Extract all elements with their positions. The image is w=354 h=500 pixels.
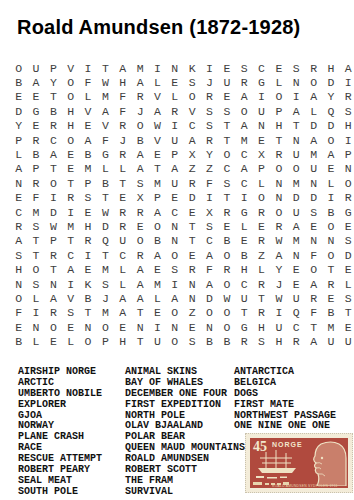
grid-cell: O	[201, 306, 218, 320]
grid-cell: Z	[253, 248, 270, 262]
word-list-item: FIRST MATE	[234, 400, 336, 411]
grid-cell: R	[10, 219, 27, 233]
grid-cell: U	[288, 291, 305, 305]
grid-cell: S	[62, 306, 79, 320]
grid-cell: T	[97, 61, 114, 75]
grid-cell: H	[114, 75, 131, 89]
grid-cell: S	[201, 119, 218, 133]
grid-cell: M	[288, 176, 305, 190]
grid-cell: O	[218, 147, 235, 161]
word-list-item: SOUTH POLE	[18, 487, 102, 498]
grid-cell: A	[79, 133, 96, 147]
grid-cell: N	[166, 320, 183, 334]
grid-cell: E	[288, 263, 305, 277]
grid-cell: I	[149, 320, 166, 334]
grid-cell: T	[253, 291, 270, 305]
grid-cell: G	[236, 205, 253, 219]
grid-cell: E	[218, 219, 235, 233]
grid-cell: T	[131, 306, 148, 320]
grid-cell: O	[270, 205, 287, 219]
grid-cell: S	[218, 104, 235, 118]
grid-cell: E	[218, 61, 235, 75]
grid-cell: L	[97, 162, 114, 176]
grid-cell: L	[253, 263, 270, 277]
grid-cell: G	[97, 147, 114, 161]
grid-cell: R	[184, 176, 201, 190]
grid-cell: M	[131, 61, 148, 75]
grid-cell: C	[10, 205, 27, 219]
grid-cell: I	[166, 277, 183, 291]
grid-cell: Z	[201, 162, 218, 176]
grid-cell: A	[166, 162, 183, 176]
grid-cell: L	[322, 176, 339, 190]
grid-cell: A	[288, 104, 305, 118]
grid-cell: U	[114, 234, 131, 248]
grid-cell: S	[184, 75, 201, 89]
grid-cell: X	[184, 147, 201, 161]
grid-cell: D	[305, 191, 322, 205]
grid-cell: A	[62, 263, 79, 277]
grid-cell: T	[97, 191, 114, 205]
grid-cell: A	[149, 205, 166, 219]
grid-cell: O	[166, 306, 183, 320]
grid-cell: E	[114, 191, 131, 205]
grid-cell: A	[114, 61, 131, 75]
grid-cell: A	[305, 277, 322, 291]
word-list-item: FIRST EXPEDITION	[125, 400, 245, 411]
grid-cell: B	[218, 335, 235, 349]
grid-cell: R	[253, 277, 270, 291]
grid-cell: L	[114, 162, 131, 176]
grid-cell: D	[184, 191, 201, 205]
grid-cell: Y	[45, 75, 62, 89]
grid-cell: S	[340, 234, 354, 248]
grid-cell: A	[131, 291, 148, 305]
grid-cell: O	[218, 277, 235, 291]
grid-cell: T	[322, 263, 339, 277]
grid-cell: T	[288, 119, 305, 133]
grid-cell: L	[253, 176, 270, 190]
grid-cell: U	[166, 176, 183, 190]
grid-cell: R	[114, 219, 131, 233]
grid-cell: B	[79, 147, 96, 161]
grid-cell: A	[305, 133, 322, 147]
grid-cell: L	[114, 263, 131, 277]
grid-cell: L	[79, 90, 96, 104]
grid-cell: M	[62, 219, 79, 233]
grid-cell: S	[27, 277, 44, 291]
grid-cell: Y	[201, 147, 218, 161]
grid-cell: Y	[270, 263, 287, 277]
grid-cell: P	[340, 147, 354, 161]
grid-cell: O	[253, 191, 270, 205]
grid-cell: K	[184, 61, 201, 75]
grid-cell: L	[114, 277, 131, 291]
grid-cell: Q	[322, 104, 339, 118]
grid-cell: N	[79, 320, 96, 334]
grid-cell: M	[305, 147, 322, 161]
grid-cell: S	[288, 61, 305, 75]
grid-cell: P	[45, 234, 62, 248]
grid-cell: P	[97, 335, 114, 349]
grid-cell: S	[166, 263, 183, 277]
grid-cell: D	[97, 219, 114, 233]
grid-cell: G	[236, 320, 253, 334]
page-title: Roald Amundsen (1872-1928)	[17, 16, 300, 39]
grid-cell: B	[201, 335, 218, 349]
grid-cell: O	[166, 335, 183, 349]
grid-cell: R	[131, 248, 148, 262]
grid-cell: B	[218, 234, 235, 248]
grid-cell: A	[97, 104, 114, 118]
grid-cell: N	[10, 277, 27, 291]
grid-cell: N	[340, 162, 354, 176]
grid-cell: N	[166, 234, 183, 248]
grid-cell: A	[149, 104, 166, 118]
grid-cell: R	[79, 234, 96, 248]
grid-cell: H	[270, 335, 287, 349]
grid-cell: H	[62, 119, 79, 133]
grid-cell: Y	[10, 119, 27, 133]
grid-cell: C	[218, 162, 235, 176]
grid-cell: C	[62, 248, 79, 262]
grid-cell: I	[340, 75, 354, 89]
grid-cell: R	[322, 277, 339, 291]
grid-cell: X	[201, 205, 218, 219]
grid-cell: V	[184, 104, 201, 118]
stamp-country-label: NORGE	[272, 441, 303, 448]
grid-cell: E	[288, 277, 305, 291]
grid-cell: A	[114, 291, 131, 305]
grid-cell: O	[131, 119, 148, 133]
grid-cell: I	[79, 248, 96, 262]
grid-cell: D	[201, 291, 218, 305]
grid-cell: A	[10, 234, 27, 248]
grid-cell: K	[79, 277, 96, 291]
word-list-column-1: AIRSHIP NORGEARCTICUMBERTO NOBILEEXPLORE…	[18, 367, 102, 498]
grid-cell: A	[131, 263, 148, 277]
grid-cell: F	[114, 104, 131, 118]
grid-cell: T	[340, 306, 354, 320]
grid-cell: I	[201, 191, 218, 205]
grid-cell: U	[270, 320, 287, 334]
grid-cell: O	[45, 320, 62, 334]
grid-cell: W	[149, 119, 166, 133]
grid-cell: N	[305, 234, 322, 248]
grid-cell: P	[79, 176, 96, 190]
grid-cell: O	[166, 248, 183, 262]
grid-cell: R	[131, 90, 148, 104]
grid-cell: F	[27, 191, 44, 205]
grid-cell: N	[288, 133, 305, 147]
grid-cell: T	[218, 191, 235, 205]
grid-cell: O	[79, 335, 96, 349]
grid-cell: C	[236, 277, 253, 291]
grid-cell: J	[131, 104, 148, 118]
grid-cell: J	[97, 291, 114, 305]
grid-cell: S	[10, 248, 27, 262]
grid-cell: T	[79, 306, 96, 320]
word-list-item: SURVIVAL	[125, 487, 245, 498]
grid-cell: B	[79, 291, 96, 305]
grid-cell: F	[201, 176, 218, 190]
grid-cell: P	[253, 162, 270, 176]
grid-cell: I	[270, 306, 287, 320]
grid-cell: H	[79, 219, 96, 233]
grid-cell: E	[305, 219, 322, 233]
grid-cell: P	[45, 61, 62, 75]
grid-cell: L	[270, 75, 287, 89]
stamp-caption: ROALD AMUNDSEN SYDPOLEN 1911	[272, 485, 326, 488]
grid-cell: D	[288, 191, 305, 205]
grid-cell: M	[27, 205, 44, 219]
grid-cell: B	[149, 234, 166, 248]
grid-cell: S	[305, 205, 322, 219]
grid-cell: V	[79, 104, 96, 118]
grid-cell: J	[201, 75, 218, 89]
grid-cell: W	[270, 234, 287, 248]
grid-cell: H	[270, 119, 287, 133]
grid-cell: W	[45, 219, 62, 233]
grid-cell: M	[149, 176, 166, 190]
grid-cell: A	[131, 147, 148, 161]
grid-cell: T	[218, 133, 235, 147]
grid-cell: R	[45, 248, 62, 262]
grid-cell: T	[114, 176, 131, 190]
grid-cell: I	[288, 90, 305, 104]
grid-cell: D	[305, 119, 322, 133]
grid-cell: A	[305, 90, 322, 104]
grid-cell: U	[322, 335, 339, 349]
grid-cell: I	[149, 61, 166, 75]
grid-cell: R	[45, 306, 62, 320]
grid-cell: A	[236, 119, 253, 133]
grid-cell: R	[270, 147, 287, 161]
grid-cell: H	[340, 119, 354, 133]
grid-cell: B	[322, 205, 339, 219]
amundsen-portrait	[307, 440, 347, 486]
grid-cell: T	[236, 306, 253, 320]
grid-cell: I	[253, 90, 270, 104]
grid-cell: L	[166, 90, 183, 104]
grid-cell: E	[10, 191, 27, 205]
grid-cell: N	[253, 119, 270, 133]
grid-cell: E	[184, 205, 201, 219]
grid-cell: A	[201, 248, 218, 262]
grid-cell: R	[27, 133, 44, 147]
grid-cell: O	[131, 234, 148, 248]
grid-cell: L	[149, 75, 166, 89]
grid-cell: G	[340, 205, 354, 219]
grid-cell: W	[270, 291, 287, 305]
grid-cell: T	[305, 320, 322, 334]
grid-cell: R	[340, 191, 354, 205]
grid-cell: V	[149, 133, 166, 147]
grid-cell: S	[218, 176, 235, 190]
grid-cell: A	[236, 162, 253, 176]
grid-cell: N	[305, 176, 322, 190]
grid-cell: J	[114, 133, 131, 147]
grid-cell: O	[149, 219, 166, 233]
grid-cell: D	[322, 75, 339, 89]
grid-cell: O	[97, 320, 114, 334]
grid-cell: P	[270, 104, 287, 118]
grid-cell: C	[236, 176, 253, 190]
grid-cell: B	[10, 335, 27, 349]
grid-cell: N	[288, 75, 305, 89]
grid-cell: M	[97, 306, 114, 320]
grid-cell: I	[45, 191, 62, 205]
grid-cell: S	[131, 176, 148, 190]
grid-cell: A	[340, 61, 354, 75]
grid-cell: I	[27, 306, 44, 320]
grid-cell: O	[62, 133, 79, 147]
grid-cell: R	[201, 133, 218, 147]
grid-cell: L	[340, 277, 354, 291]
grid-cell: R	[218, 263, 235, 277]
grid-cell: G	[253, 75, 270, 89]
grid-cell: O	[270, 162, 287, 176]
grid-cell: A	[149, 248, 166, 262]
grid-cell: R	[184, 263, 201, 277]
grid-cell: R	[62, 191, 79, 205]
grid-cell: E	[253, 133, 270, 147]
grid-cell: O	[218, 248, 235, 262]
grid-cell: O	[10, 61, 27, 75]
grid-cell: R	[166, 104, 183, 118]
grid-cell: E	[340, 219, 354, 233]
grid-cell: T	[62, 234, 79, 248]
grid-cell: L	[27, 291, 44, 305]
grid-cell: B	[97, 176, 114, 190]
grid-cell: I	[236, 191, 253, 205]
grid-cell: I	[79, 61, 96, 75]
grid-cell: U	[288, 147, 305, 161]
grid-cell: O	[218, 320, 235, 334]
grid-cell: E	[79, 205, 96, 219]
grid-cell: Q	[288, 306, 305, 320]
grid-cell: H	[10, 263, 27, 277]
grid-cell: M	[236, 133, 253, 147]
grid-cell: O	[270, 90, 287, 104]
grid-cell: M	[97, 263, 114, 277]
grid-cell: P	[149, 191, 166, 205]
grid-cell: V	[62, 61, 79, 75]
grid-cell: E	[322, 291, 339, 305]
grid-cell: N	[10, 176, 27, 190]
grid-cell: R	[236, 335, 253, 349]
ship-icon	[254, 450, 300, 480]
grid-cell: A	[10, 162, 27, 176]
grid-cell: E	[79, 263, 96, 277]
grid-cell: C	[45, 133, 62, 147]
grid-cell: N	[322, 234, 339, 248]
grid-cell: U	[340, 335, 354, 349]
grid-cell: R	[131, 205, 148, 219]
grid-cell: O	[236, 104, 253, 118]
grid-cell: H	[253, 320, 270, 334]
grid-cell: I	[166, 119, 183, 133]
grid-cell: S	[184, 335, 201, 349]
grid-cell: E	[10, 90, 27, 104]
grid-cell: E	[27, 90, 44, 104]
grid-cell: O	[322, 219, 339, 233]
grid-cell: L	[27, 335, 44, 349]
grid-cell: G	[27, 104, 44, 118]
grid-cell: F	[97, 133, 114, 147]
worksheet-page: Roald Amundsen (1872-1928) OUPVITAMINKIE…	[0, 0, 354, 500]
grid-cell: E	[340, 320, 354, 334]
grid-cell: C	[236, 147, 253, 161]
grid-cell: T	[45, 263, 62, 277]
grid-cell: T	[45, 162, 62, 176]
grid-cell: E	[184, 248, 201, 262]
grid-cell: E	[149, 306, 166, 320]
grid-cell: E	[149, 263, 166, 277]
grid-cell: A	[131, 162, 148, 176]
word-list-column-2: ANIMAL SKINSBAY OF WHALESDECEMBER ONE FO…	[125, 367, 245, 498]
grid-cell: Z	[184, 162, 201, 176]
grid-cell: A	[322, 147, 339, 161]
grid-cell: I	[322, 191, 339, 205]
grid-cell: U	[305, 162, 322, 176]
grid-cell: D	[322, 119, 339, 133]
grid-cell: W	[97, 205, 114, 219]
grid-cell: N	[201, 320, 218, 334]
grid-cell: R	[305, 61, 322, 75]
grid-cell: L	[62, 335, 79, 349]
grid-cell: T	[184, 234, 201, 248]
grid-cell: P	[27, 162, 44, 176]
grid-cell: O	[218, 306, 235, 320]
grid-cell: M	[97, 90, 114, 104]
grid-cell: A	[45, 291, 62, 305]
grid-cell: B	[10, 75, 27, 89]
grid-cell: W	[97, 75, 114, 89]
grid-cell: I	[340, 133, 354, 147]
grid-cell: E	[79, 119, 96, 133]
grid-cell: L	[149, 291, 166, 305]
grid-cell: V	[62, 291, 79, 305]
grid-cell: R	[45, 119, 62, 133]
grid-cell: A	[166, 291, 183, 305]
grid-cell: O	[184, 90, 201, 104]
grid-cell: A	[45, 147, 62, 161]
grid-cell: T	[149, 162, 166, 176]
grid-cell: T	[97, 248, 114, 262]
grid-cell: B	[27, 147, 44, 161]
grid-cell: N	[45, 277, 62, 291]
grid-cell: A	[201, 277, 218, 291]
grid-cell: T	[62, 176, 79, 190]
grid-cell: M	[288, 234, 305, 248]
grid-cell: R	[253, 205, 270, 219]
grid-cell: E	[184, 320, 201, 334]
grid-cell: E	[131, 219, 148, 233]
grid-cell: N	[166, 61, 183, 75]
word-list-column-3: ANTARCTICABELGICADOGSFIRST MATENORTHWEST…	[234, 367, 336, 432]
grid-cell: R	[218, 205, 235, 219]
grid-cell: S	[236, 61, 253, 75]
grid-cell: O	[10, 291, 27, 305]
grid-cell: R	[305, 291, 322, 305]
grid-cell: L	[236, 219, 253, 233]
grid-cell: L	[305, 104, 322, 118]
grid-cell: A	[270, 248, 287, 262]
grid-cell: A	[131, 277, 148, 291]
grid-cell: U	[236, 291, 253, 305]
grid-cell: V	[149, 90, 166, 104]
